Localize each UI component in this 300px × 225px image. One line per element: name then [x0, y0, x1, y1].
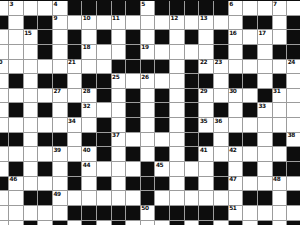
cell-r8c2[interactable] [24, 118, 38, 132]
cell-r12c8[interactable] [112, 177, 126, 191]
cell-r4c19[interactable] [273, 60, 287, 74]
cell-r7c7[interactable] [97, 103, 111, 117]
cell-r7c6[interactable]: 32 [82, 103, 96, 117]
cell-r1c4[interactable]: 9 [53, 16, 67, 30]
black-cell-r6c7 [97, 89, 111, 103]
cell-r10c16[interactable]: 42 [229, 147, 243, 161]
cell-r0c19[interactable]: 7 [273, 1, 287, 15]
cell-r10c0[interactable] [0, 147, 8, 161]
cell-r6c16[interactable]: 30 [229, 89, 243, 103]
clue-number-34: 34 [68, 118, 75, 124]
black-cell-r2c5 [68, 30, 82, 44]
cell-r0c4[interactable]: 4 [53, 1, 67, 15]
black-cell-r9c13 [185, 133, 199, 147]
black-cell-r11c1 [9, 162, 23, 176]
cell-r1c10[interactable] [141, 16, 155, 30]
black-cell-r0c8 [112, 1, 126, 15]
cell-r4c12[interactable] [170, 60, 184, 74]
black-cell-r8c7 [97, 118, 111, 132]
cell-r3c2[interactable] [24, 45, 38, 59]
cell-r13c13[interactable] [185, 191, 199, 205]
cell-r3c6[interactable]: 18 [82, 45, 96, 59]
clue-number-5: 5 [141, 1, 145, 7]
black-cell-r1c3 [38, 16, 52, 30]
cell-r10c8[interactable] [112, 147, 126, 161]
cell-r2c0[interactable] [0, 30, 8, 44]
black-cell-r2c7 [97, 30, 111, 44]
black-cell-r13c18 [258, 191, 272, 205]
clue-number-38: 38 [288, 132, 295, 138]
cell-r2c2[interactable]: 15 [24, 30, 38, 44]
cell-r10c10[interactable] [141, 147, 155, 161]
cell-r5c2[interactable] [24, 74, 38, 88]
cell-r2c14[interactable] [199, 30, 213, 44]
cell-r8c1[interactable] [9, 118, 23, 132]
black-cell-r5c7 [97, 74, 111, 88]
cell-r0c16[interactable]: 6 [229, 1, 243, 15]
cell-r6c10[interactable] [141, 89, 155, 103]
black-cell-r15c14 [199, 221, 213, 225]
cell-r3c0[interactable] [0, 45, 8, 59]
clue-number-29: 29 [200, 88, 207, 94]
cell-r6c20[interactable] [287, 89, 300, 103]
cell-r12c18[interactable] [258, 177, 272, 191]
clue-number-50: 50 [141, 205, 148, 211]
black-cell-r11c15 [214, 162, 228, 176]
cell-r9c18[interactable] [258, 133, 272, 147]
clue-number-48: 48 [273, 176, 280, 182]
cell-r13c16[interactable] [229, 191, 243, 205]
cell-r5c11[interactable] [155, 74, 169, 88]
cell-r13c14[interactable] [199, 191, 213, 205]
cell-r1c12[interactable]: 12 [170, 16, 184, 30]
black-cell-r11c10 [141, 162, 155, 176]
cell-r6c12[interactable] [170, 89, 184, 103]
cell-r11c9[interactable] [126, 162, 140, 176]
cell-r5c20[interactable] [287, 74, 300, 88]
cell-r8c8[interactable] [112, 118, 126, 132]
cell-r14c19[interactable] [273, 206, 287, 220]
cell-r6c8[interactable] [112, 89, 126, 103]
clue-number-17: 17 [258, 30, 265, 36]
cell-r2c18[interactable]: 17 [258, 30, 272, 44]
cell-r11c6[interactable]: 44 [82, 162, 96, 176]
cell-r12c3[interactable] [38, 177, 52, 191]
cell-r4c6[interactable] [82, 60, 96, 74]
cell-r5c18[interactable] [258, 74, 272, 88]
black-cell-r14c6 [82, 206, 96, 220]
black-cell-r13c3 [38, 191, 52, 205]
cell-r15c13[interactable] [185, 221, 199, 225]
black-cell-r12c7 [97, 177, 111, 191]
cell-r4c15[interactable]: 23 [214, 60, 228, 74]
cell-r8c14[interactable]: 35 [199, 118, 213, 132]
cell-r3c4[interactable] [53, 45, 67, 59]
cell-r1c1[interactable] [9, 16, 23, 30]
cell-r5c8[interactable]: 25 [112, 74, 126, 88]
black-cell-r11c17 [243, 162, 257, 176]
cell-r15c0[interactable] [0, 221, 8, 225]
cell-r13c7[interactable] [97, 191, 111, 205]
black-cell-r8c9 [126, 118, 140, 132]
black-cell-r12c10 [141, 177, 155, 191]
cell-r13c11[interactable] [155, 191, 169, 205]
cell-r8c12[interactable] [170, 118, 184, 132]
cell-r7c12[interactable] [170, 103, 184, 117]
cell-r8c20[interactable] [287, 118, 300, 132]
cell-r0c18[interactable] [258, 1, 272, 15]
cell-r15c17[interactable] [243, 221, 257, 225]
black-cell-r10c9 [126, 147, 140, 161]
cell-r6c17[interactable] [243, 89, 257, 103]
cell-r6c6[interactable]: 28 [82, 89, 96, 103]
cell-r3c1[interactable] [9, 45, 23, 59]
black-cell-r12c15 [214, 177, 228, 191]
black-cell-r9c1 [9, 133, 23, 147]
cell-r11c4[interactable] [53, 162, 67, 176]
cell-r13c0[interactable] [0, 191, 8, 205]
cell-r6c19[interactable]: 31 [273, 89, 287, 103]
cell-r6c0[interactable] [0, 89, 8, 103]
cell-r10c14[interactable]: 41 [199, 147, 213, 161]
cell-r10c6[interactable]: 40 [82, 147, 96, 161]
cell-r13c8[interactable] [112, 191, 126, 205]
black-cell-r5c19 [273, 74, 287, 88]
clue-number-32: 32 [83, 103, 90, 109]
cell-r10c5[interactable] [68, 147, 82, 161]
cell-r14c20[interactable] [287, 206, 300, 220]
cell-r6c14[interactable]: 29 [199, 89, 213, 103]
cell-r7c16[interactable] [229, 103, 243, 117]
black-cell-r5c14 [199, 74, 213, 88]
black-cell-r13c17 [243, 191, 257, 205]
black-cell-r0c9 [126, 1, 140, 15]
cell-r10c17[interactable] [243, 147, 257, 161]
cell-r12c14[interactable] [199, 177, 213, 191]
clue-number-24: 24 [288, 59, 295, 65]
cell-r11c16[interactable] [229, 162, 243, 176]
cell-r4c0[interactable]: 20 [0, 60, 8, 74]
cell-r9c10[interactable] [141, 133, 155, 147]
black-cell-r15c8 [112, 221, 126, 225]
cell-r5c10[interactable]: 26 [141, 74, 155, 88]
clue-number-37: 37 [112, 132, 119, 138]
cell-r6c2[interactable] [24, 89, 38, 103]
cell-r7c10[interactable] [141, 103, 155, 117]
cell-r1c5[interactable] [68, 16, 82, 30]
cell-r4c4[interactable] [53, 60, 67, 74]
black-cell-r9c3 [38, 133, 52, 147]
cell-r1c16[interactable] [229, 16, 243, 30]
cell-r9c20[interactable]: 38 [287, 133, 300, 147]
cell-r13c15[interactable] [214, 191, 228, 205]
cell-r11c13[interactable] [185, 162, 199, 176]
black-cell-r0c13 [185, 1, 199, 15]
cell-r7c2[interactable] [24, 103, 38, 117]
cell-r10c19[interactable] [273, 147, 287, 161]
cell-r8c15[interactable]: 36 [214, 118, 228, 132]
cell-r9c2[interactable] [24, 133, 38, 147]
cell-r8c0[interactable] [0, 118, 8, 132]
cell-r14c3[interactable] [38, 206, 52, 220]
cell-r3c18[interactable] [258, 45, 272, 59]
black-cell-r9c17 [243, 133, 257, 147]
black-cell-r11c19 [273, 162, 287, 176]
clue-number-33: 33 [258, 103, 265, 109]
cell-r12c2[interactable] [24, 177, 38, 191]
cell-r7c18[interactable]: 33 [258, 103, 272, 117]
cell-r9c12[interactable] [170, 133, 184, 147]
cell-r2c17[interactable] [243, 30, 257, 44]
cell-r9c11[interactable] [155, 133, 169, 147]
cell-r13c12[interactable] [170, 191, 184, 205]
crossword-screenshot: 3456791011121315161718192021222324252627… [0, 0, 300, 225]
cell-r12c1[interactable]: 46 [9, 177, 23, 191]
cell-r15c11[interactable] [155, 221, 169, 225]
black-cell-r2c11 [155, 30, 169, 44]
cell-r1c15[interactable] [214, 16, 228, 30]
cell-r8c17[interactable] [243, 118, 257, 132]
cell-r4c7[interactable] [97, 60, 111, 74]
cell-r5c5[interactable] [68, 74, 82, 88]
cell-r0c10[interactable]: 5 [141, 1, 155, 15]
cell-r14c16[interactable]: 51 [229, 206, 243, 220]
black-cell-r1c0 [0, 16, 8, 30]
cell-r1c9[interactable] [126, 16, 140, 30]
clue-number-22: 22 [200, 59, 207, 65]
clue-number-10: 10 [83, 15, 90, 21]
cell-r5c12[interactable] [170, 74, 184, 88]
cell-r2c12[interactable] [170, 30, 184, 44]
cell-r15c1[interactable] [9, 221, 23, 225]
cell-r8c10[interactable] [141, 118, 155, 132]
cell-r3c8[interactable] [112, 45, 126, 59]
cell-r11c11[interactable]: 45 [155, 162, 169, 176]
cell-r5c9[interactable] [126, 74, 140, 88]
cell-r4c14[interactable]: 22 [199, 60, 213, 74]
cell-r1c13[interactable] [185, 16, 199, 30]
cell-r6c3[interactable] [38, 89, 52, 103]
cell-r2c8[interactable] [112, 30, 126, 44]
cell-r4c16[interactable] [229, 60, 243, 74]
cell-r12c6[interactable] [82, 177, 96, 191]
cell-r10c4[interactable]: 39 [53, 147, 67, 161]
cell-r12c16[interactable]: 47 [229, 177, 243, 191]
black-cell-r10c20 [287, 147, 300, 161]
cell-r1c11[interactable] [155, 16, 169, 30]
black-cell-r5c6 [82, 74, 96, 88]
cell-r7c8[interactable] [112, 103, 126, 117]
cell-r8c6[interactable] [82, 118, 96, 132]
cell-r12c17[interactable] [243, 177, 257, 191]
black-cell-r5c16 [229, 74, 243, 88]
cell-r11c7[interactable] [97, 162, 111, 176]
cell-r12c12[interactable] [170, 177, 184, 191]
cell-r3c7[interactable] [97, 45, 111, 59]
cell-r4c2[interactable] [24, 60, 38, 74]
cell-r8c16[interactable] [229, 118, 243, 132]
cell-r10c3[interactable] [38, 147, 52, 161]
cell-r0c0[interactable] [0, 1, 8, 15]
cell-r11c8[interactable] [112, 162, 126, 176]
cell-r3c10[interactable]: 19 [141, 45, 155, 59]
black-cell-r3c19 [273, 45, 287, 59]
cell-r11c12[interactable] [170, 162, 184, 176]
black-cell-r15c6 [82, 221, 96, 225]
cell-r11c2[interactable] [24, 162, 38, 176]
clue-number-26: 26 [141, 74, 148, 80]
cell-r7c14[interactable] [199, 103, 213, 117]
cell-r5c15[interactable] [214, 74, 228, 88]
cell-r2c1[interactable] [9, 30, 23, 44]
cell-r5c0[interactable] [0, 74, 8, 88]
cell-r15c19[interactable] [273, 221, 287, 225]
black-cell-r12c13 [185, 177, 199, 191]
cell-r15c9[interactable] [126, 221, 140, 225]
cell-r4c17[interactable] [243, 60, 257, 74]
cell-r13c19[interactable] [273, 191, 287, 205]
cell-r14c2[interactable] [24, 206, 38, 220]
cell-r11c18[interactable] [258, 162, 272, 176]
cell-r9c9[interactable] [126, 133, 140, 147]
cell-r3c14[interactable] [199, 45, 213, 59]
clue-number-51: 51 [229, 205, 236, 211]
black-cell-r4c11 [155, 60, 169, 74]
cell-r13c6[interactable] [82, 191, 96, 205]
cell-r14c18[interactable] [258, 206, 272, 220]
cell-r10c12[interactable] [170, 147, 184, 161]
cell-r4c18[interactable] [258, 60, 272, 74]
black-cell-r9c7 [97, 133, 111, 147]
black-cell-r15c18 [258, 221, 272, 225]
cell-r14c4[interactable] [53, 206, 67, 220]
clue-number-19: 19 [141, 44, 148, 50]
cell-r0c3[interactable] [38, 1, 52, 15]
cell-r3c13[interactable] [185, 45, 199, 59]
clue-number-28: 28 [83, 88, 90, 94]
cell-r7c4[interactable] [53, 103, 67, 117]
cell-r15c15[interactable] [214, 221, 228, 225]
cell-r15c7[interactable] [97, 221, 111, 225]
cell-r15c10[interactable] [141, 221, 155, 225]
cell-r14c1[interactable] [9, 206, 23, 220]
cell-r9c8[interactable]: 37 [112, 133, 126, 147]
clue-number-42: 42 [229, 147, 236, 153]
cell-r1c19[interactable] [273, 16, 287, 30]
cell-r9c15[interactable] [214, 133, 228, 147]
cell-r1c8[interactable]: 11 [112, 16, 126, 30]
cell-r15c3[interactable] [38, 221, 52, 225]
cell-r11c14[interactable] [199, 162, 213, 176]
black-cell-r3c15 [214, 45, 228, 59]
cell-r2c19[interactable] [273, 30, 287, 44]
black-cell-r11c20 [287, 162, 300, 176]
cell-r1c7[interactable] [97, 16, 111, 30]
cell-r3c16[interactable] [229, 45, 243, 59]
cell-r7c20[interactable] [287, 103, 300, 117]
cell-r10c1[interactable] [9, 147, 23, 161]
cell-r12c20[interactable] [287, 177, 300, 191]
cell-r14c0[interactable] [0, 206, 8, 220]
black-cell-r9c14 [199, 133, 213, 147]
cell-r0c2[interactable] [24, 1, 38, 15]
black-cell-r1c17 [243, 16, 257, 30]
cell-r4c20[interactable]: 24 [287, 60, 300, 74]
black-cell-r15c4 [53, 221, 67, 225]
cell-r10c15[interactable] [214, 147, 228, 161]
clue-number-30: 30 [229, 88, 236, 94]
cell-r8c19[interactable] [273, 118, 287, 132]
cell-r2c4[interactable] [53, 30, 67, 44]
cell-r8c4[interactable] [53, 118, 67, 132]
cell-r7c19[interactable] [273, 103, 287, 117]
cell-r15c5[interactable] [68, 221, 82, 225]
cell-r8c5[interactable]: 34 [68, 118, 82, 132]
cell-r2c16[interactable]: 16 [229, 30, 243, 44]
clue-number-12: 12 [171, 15, 178, 21]
cell-r8c18[interactable] [258, 118, 272, 132]
cell-r6c15[interactable] [214, 89, 228, 103]
cell-r0c17[interactable] [243, 1, 257, 15]
black-cell-r10c11 [155, 147, 169, 161]
cell-r0c1[interactable]: 3 [9, 1, 23, 15]
cell-r10c18[interactable] [258, 147, 272, 161]
cell-r13c4[interactable]: 49 [53, 191, 67, 205]
cell-r1c6[interactable]: 10 [82, 16, 96, 30]
cell-r2c6[interactable] [82, 30, 96, 44]
black-cell-r2c3 [38, 30, 52, 44]
cell-r13c1[interactable] [9, 191, 23, 205]
clue-number-4: 4 [53, 1, 57, 7]
cell-r0c20[interactable] [287, 1, 300, 15]
cell-r6c1[interactable] [9, 89, 23, 103]
black-cell-r3c17 [243, 45, 257, 59]
cell-r1c14[interactable]: 13 [199, 16, 213, 30]
cell-r12c4[interactable] [53, 177, 67, 191]
cell-r8c3[interactable] [38, 118, 52, 132]
black-cell-r12c0 [0, 177, 8, 191]
clue-number-46: 46 [10, 176, 17, 182]
cell-r9c5[interactable] [68, 133, 82, 147]
crossword-grid: 3456791011121315161718192021222324252627… [0, 0, 300, 225]
cell-r11c0[interactable] [0, 162, 8, 176]
black-cell-r10c7 [97, 147, 111, 161]
black-cell-r5c3 [38, 74, 52, 88]
cell-r13c5[interactable] [68, 191, 82, 205]
cell-r13c9[interactable] [126, 191, 140, 205]
cell-r2c10[interactable] [141, 30, 155, 44]
clue-number-16: 16 [229, 30, 236, 36]
cell-r6c4[interactable]: 27 [53, 89, 67, 103]
clue-number-11: 11 [112, 15, 119, 21]
clue-number-41: 41 [200, 147, 207, 153]
cell-r6c5[interactable] [68, 89, 82, 103]
black-cell-r13c20 [287, 191, 300, 205]
cell-r7c0[interactable] [0, 103, 8, 117]
cell-r10c2[interactable] [24, 147, 38, 161]
cell-r14c10[interactable]: 50 [141, 206, 155, 220]
black-cell-r7c15 [214, 103, 228, 117]
black-cell-r7c1 [9, 103, 23, 117]
cell-r12c19[interactable]: 48 [273, 177, 287, 191]
cell-r14c17[interactable] [243, 206, 257, 220]
cell-r3c12[interactable] [170, 45, 184, 59]
cell-r4c3[interactable] [38, 60, 52, 74]
cell-r3c11[interactable] [155, 45, 169, 59]
black-cell-r14c8 [112, 206, 126, 220]
cell-r4c1[interactable] [9, 60, 23, 74]
cell-r4c5[interactable]: 21 [68, 60, 82, 74]
